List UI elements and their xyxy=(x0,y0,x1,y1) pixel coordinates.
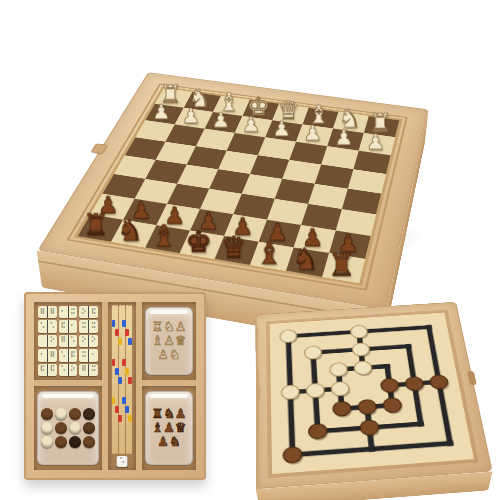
domino-pips: ⠂ xyxy=(88,349,98,361)
light-chess-pieces-bag: ♖♘♙♗♙♕♙♘ xyxy=(145,307,193,375)
domino-pips: ⠭ xyxy=(79,349,88,361)
checker-disc xyxy=(41,422,53,434)
morris-box-notch-right xyxy=(467,371,477,385)
domino-pips: ⠡ xyxy=(47,320,57,332)
chess-piece-brown-knight: ♞ xyxy=(291,244,318,274)
chess-piece-in-bag: ♜ xyxy=(152,407,164,421)
chess-piece-white-pawn: ♟ xyxy=(152,102,170,123)
chess-piece-white-pawn: ♟ xyxy=(181,106,200,127)
checker-disc xyxy=(83,408,95,420)
domino-pips: ⠯ xyxy=(47,364,57,376)
morris-board xyxy=(276,318,465,467)
morris-point xyxy=(384,364,391,369)
chess-piece-brown-king: ♚ xyxy=(185,227,212,257)
checker-disc xyxy=(41,436,53,448)
domino-pips: ⠂ xyxy=(38,349,47,361)
morris-box xyxy=(255,302,492,490)
domino-pips: ⠡ xyxy=(38,320,47,332)
domino-pips: ⠿ xyxy=(79,364,88,376)
morris-point xyxy=(417,421,425,427)
chess-piece-white-pawn: ♟ xyxy=(241,114,260,135)
storage-box-inner: ⠿⠿⠂⠭⠕⠯⠡⠡⠯⠂⠭⠭⠕⠿⠡⠕⠕⠂⠿⠡⠯⠭⠂⠯⠯⠡⠕⠿⠭ ⠡ ♖♘♙♗♙♕♙♘… xyxy=(34,302,196,470)
domino-pips: ⠭ xyxy=(68,306,78,318)
chess-piece-white-pawn: ♟ xyxy=(366,132,385,153)
domino-pips: ⠡ xyxy=(68,335,78,347)
morris-board-panel xyxy=(269,312,475,475)
chess-piece-brown-bishop: ♝ xyxy=(150,221,176,250)
domino-pips: ⠡ xyxy=(59,364,68,376)
die-icon: ⠡ xyxy=(117,456,128,467)
domino-pips: ⠿ xyxy=(59,335,68,347)
domino-pips: ⠂ xyxy=(59,306,68,318)
domino-pips: ⠕ xyxy=(79,335,88,347)
dominoes-set: ⠿⠿⠂⠭⠕⠯⠡⠡⠯⠂⠭⠭⠕⠿⠡⠕⠕⠂⠿⠡⠯⠭⠂⠯⠯⠡⠕⠿⠭ xyxy=(38,306,98,376)
domino-pips: ⠯ xyxy=(59,320,68,332)
chess-square xyxy=(250,155,289,179)
chess-board: ♜♞♝♚♛♝♞♜♟♟♟♟♟♟♟♟♟♟♟♟♟♟♟♟♜♞♝♚♛♝♞♜ xyxy=(73,86,402,285)
mikado-stick xyxy=(122,305,125,454)
domino-pips: ⠕ xyxy=(68,364,78,376)
chess-piece-in-bag: ♕ xyxy=(175,334,187,348)
domino-pips: ⠕ xyxy=(47,335,57,347)
checker-disc xyxy=(83,422,95,434)
checker-disc xyxy=(55,436,67,448)
chess-square: ♚ xyxy=(180,231,224,259)
mikado-sticks xyxy=(112,305,132,454)
chess-piece-brown-rook: ♜ xyxy=(83,210,109,239)
mikado-stick xyxy=(129,305,132,454)
chess-piece-in-bag: ♞ xyxy=(169,435,181,449)
chess-piece-brown-knight: ♞ xyxy=(116,215,142,244)
morris-point xyxy=(368,446,375,452)
chess-piece-brown-queen: ♛ xyxy=(220,232,247,262)
domino-pips: ⠭ xyxy=(88,320,98,332)
chess-piece-in-bag: ♝ xyxy=(152,421,164,435)
domino-pips: ⠿ xyxy=(38,306,47,318)
morris-box-scene xyxy=(236,274,498,500)
chess-piece-in-bag: ♟ xyxy=(163,421,175,435)
checker-disc xyxy=(83,436,95,448)
domino-tile: ⠯⠂ xyxy=(59,320,78,332)
checker-disc xyxy=(55,422,67,434)
domino-pips: ⠯ xyxy=(68,349,78,361)
domino-pips: ⠯ xyxy=(88,306,98,318)
checker-disc xyxy=(69,408,81,420)
domino-tile: ⠡⠯ xyxy=(59,349,78,361)
chess-piece-in-bag: ♘ xyxy=(169,348,181,362)
domino-tile: ⠕ xyxy=(38,335,57,347)
mikado-compartment: ⠡ xyxy=(108,302,136,470)
checkers-compartment xyxy=(34,386,102,470)
chess-piece-in-bag: ♘ xyxy=(163,320,175,334)
domino-pips xyxy=(38,335,47,347)
checker-disc xyxy=(41,408,53,420)
storage-box: ⠿⠿⠂⠭⠕⠯⠡⠡⠯⠂⠭⠭⠕⠿⠡⠕⠕⠂⠿⠡⠯⠭⠂⠯⠯⠡⠕⠿⠭ ⠡ ♖♘♙♗♙♕♙♘… xyxy=(24,292,206,480)
chess-piece-white-pawn: ♟ xyxy=(211,110,230,131)
dark-pieces-compartment: ♜♞♟♝♟♛♟♞ xyxy=(142,386,196,470)
chess-box-latch-peg xyxy=(91,143,108,154)
morris-point xyxy=(446,440,454,446)
chess-piece-in-bag: ♟ xyxy=(175,407,187,421)
chess-piece-in-bag: ♙ xyxy=(157,348,169,362)
domino-pips: ⠕ xyxy=(79,306,88,318)
morris-box-top xyxy=(255,302,492,490)
domino-tile: ⠂⠿ xyxy=(38,349,57,361)
domino-pips: ⠭ xyxy=(88,364,98,376)
dominoes-compartment: ⠿⠿⠂⠭⠕⠯⠡⠡⠯⠂⠭⠭⠕⠿⠡⠕⠕⠂⠿⠡⠯⠭⠂⠯⠯⠡⠕⠿⠭ xyxy=(34,302,102,380)
domino-pips: ⠯ xyxy=(38,364,47,376)
domino-pips: ⠂ xyxy=(68,320,78,332)
domino-tile: ⠿⠭ xyxy=(79,364,98,376)
checkers-bag xyxy=(37,391,99,465)
chess-square: ♟ xyxy=(327,129,364,151)
domino-tile: ⠭⠂ xyxy=(79,349,98,361)
chess-piece-in-bag: ♟ xyxy=(157,435,169,449)
morris-point xyxy=(405,344,412,349)
morris-box-notch-left xyxy=(253,386,260,401)
chess-piece-in-bag: ♗ xyxy=(152,334,164,348)
domino-tile: ⠭⠭ xyxy=(79,320,98,332)
stick-band xyxy=(128,338,132,345)
domino-tile: ⠕⠯ xyxy=(79,306,98,318)
domino-tile: ⠕⠕ xyxy=(79,335,98,347)
domino-pips: ⠭ xyxy=(79,320,88,332)
checker-disc xyxy=(55,408,67,420)
chess-piece-brown-bishop: ♝ xyxy=(255,238,282,268)
dark-chess-pieces-bag: ♜♞♟♝♟♛♟♞ xyxy=(145,391,193,465)
domino-tile: ⠿⠡ xyxy=(59,335,78,347)
chess-piece-white-pawn: ♟ xyxy=(303,123,322,144)
domino-tile: ⠡⠕ xyxy=(59,364,78,376)
checker-disc xyxy=(69,422,81,434)
chess-square xyxy=(342,189,381,215)
chess-box-scene: ♜♞♝♚♛♝♞♜♟♟♟♟♟♟♟♟♟♟♟♟♟♟♟♟♜♞♝♚♛♝♞♜ xyxy=(38,0,462,304)
stick-band xyxy=(128,415,132,422)
domino-tile: ⠿⠿ xyxy=(38,306,57,318)
checker-disc xyxy=(69,436,81,448)
chess-piece-in-bag: ♞ xyxy=(163,407,175,421)
domino-tile: ⠂⠭ xyxy=(59,306,78,318)
chess-square: ♛ xyxy=(215,236,259,265)
chess-piece-white-pawn: ♟ xyxy=(334,127,353,148)
domino-pips: ⠿ xyxy=(47,349,57,361)
chess-piece-in-bag: ♙ xyxy=(175,320,187,334)
domino-tile: ⠡⠡ xyxy=(38,320,57,332)
domino-tile: ⠯⠯ xyxy=(38,364,57,376)
chess-piece-in-bag: ♛ xyxy=(175,421,187,435)
domino-pips: ⠿ xyxy=(47,306,57,318)
domino-pips: ⠕ xyxy=(88,335,98,347)
stick-band xyxy=(128,377,132,384)
chess-piece-in-bag: ♙ xyxy=(163,334,175,348)
chess-square xyxy=(282,160,321,184)
chess-piece-in-bag: ♖ xyxy=(152,320,164,334)
morris-point xyxy=(426,325,433,330)
chess-square: ♞ xyxy=(111,220,156,248)
domino-pips: ⠡ xyxy=(59,349,68,361)
light-pieces-compartment: ♖♘♙♗♙♕♙♘ xyxy=(142,302,196,380)
chess-piece-white-pawn: ♟ xyxy=(272,119,291,140)
chess-square: ♞ xyxy=(286,247,329,277)
product-photo: ♜♞♝♚♛♝♞♜♟♟♟♟♟♟♟♟♟♟♟♟♟♟♟♟♜♞♝♚♛♝♞♜ ⠿⠿⠂⠭⠕⠯⠡… xyxy=(0,0,500,500)
